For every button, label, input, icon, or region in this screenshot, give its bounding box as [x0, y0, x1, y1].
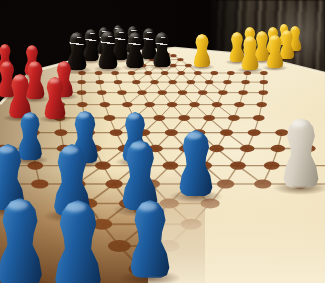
chinese-checkers-photo — [0, 0, 325, 283]
